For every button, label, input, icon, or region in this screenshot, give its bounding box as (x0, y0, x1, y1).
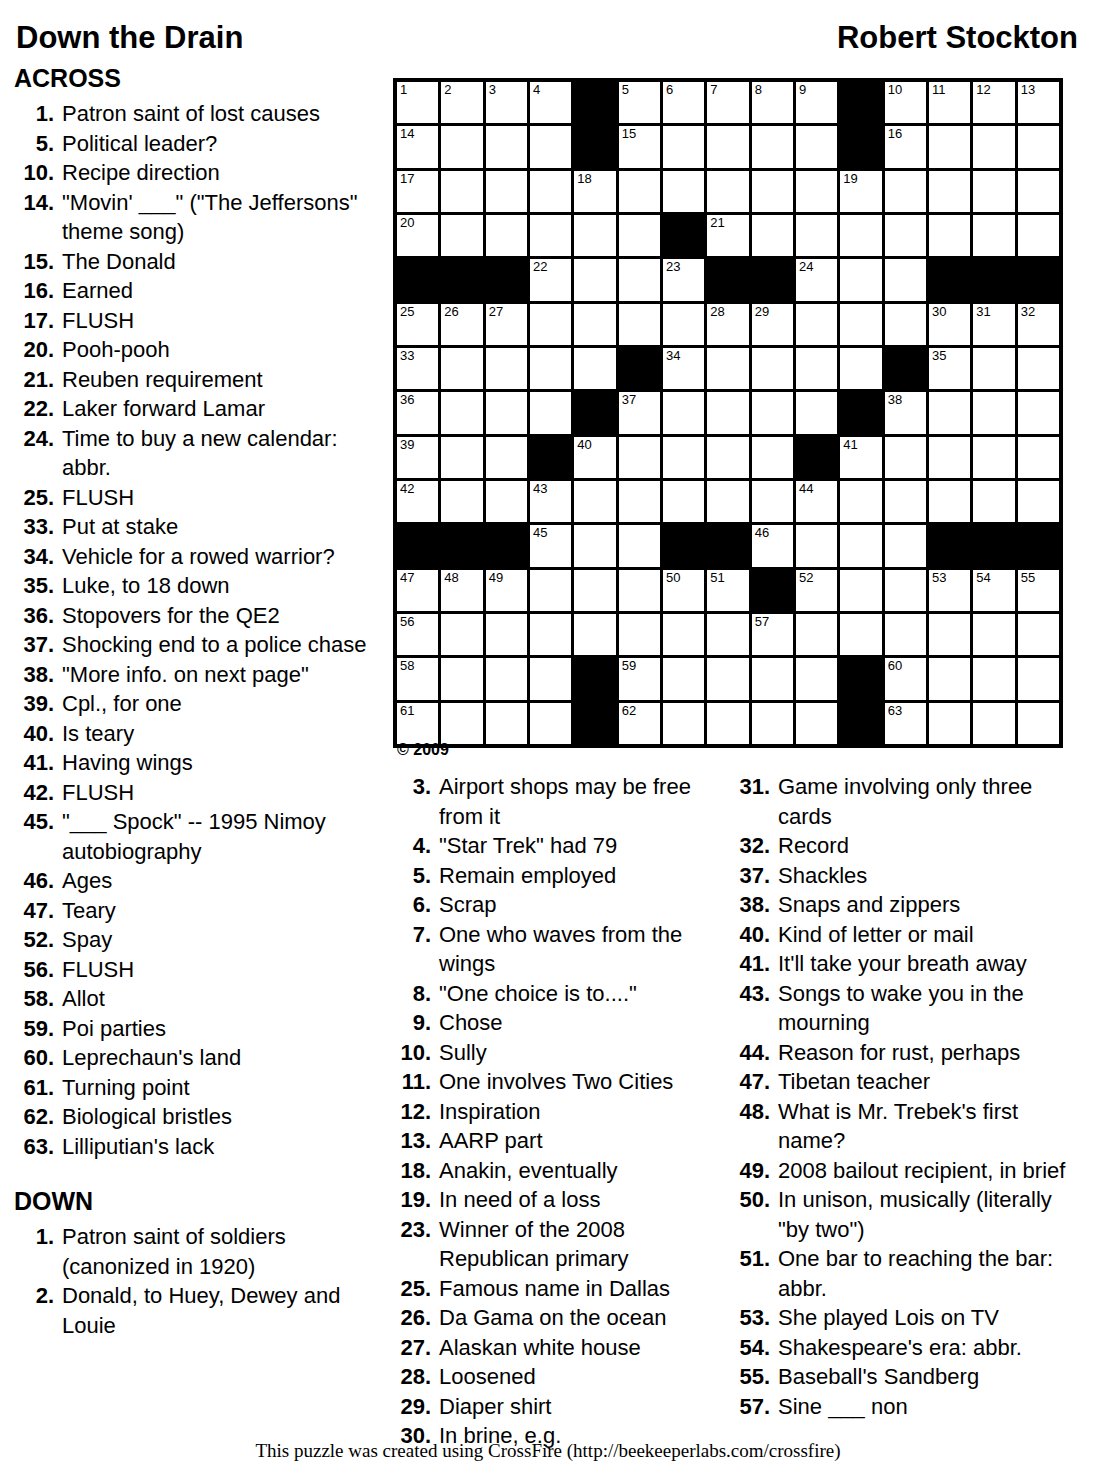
clue-text: Sully (439, 1038, 487, 1068)
grid-cell[interactable] (530, 658, 571, 699)
grid-cell[interactable]: 55 (1018, 570, 1059, 611)
cell-number: 7 (710, 83, 717, 96)
cell-number: 35 (932, 349, 946, 362)
down-clue: 12.Inspiration (383, 1097, 725, 1127)
clue-number: 13. (383, 1126, 431, 1156)
clue-number: 3. (383, 772, 431, 802)
grid-cell[interactable]: 3 (486, 82, 527, 123)
cell-number: 56 (400, 615, 414, 628)
grid-cell[interactable] (707, 348, 748, 389)
grid-cell[interactable] (574, 259, 615, 300)
black-cell (663, 525, 704, 566)
cell-number: 11 (932, 83, 946, 96)
clue-text: Put at stake (62, 512, 178, 542)
grid-cell[interactable] (796, 614, 837, 655)
grid-cell[interactable] (840, 259, 881, 300)
grid-cell[interactable] (707, 126, 748, 167)
cell-number: 45 (533, 526, 547, 539)
grid-cell[interactable] (929, 126, 970, 167)
across-clue: 37.Shocking end to a police chase (14, 630, 368, 660)
grid-cell[interactable] (752, 348, 793, 389)
grid-cell[interactable]: 38 (885, 392, 926, 433)
across-clue: 52.Spay (14, 925, 368, 955)
grid-cell[interactable] (663, 437, 704, 478)
grid-cell[interactable]: 58 (397, 658, 438, 699)
clue-text: Famous name in Dallas (439, 1274, 670, 1304)
clue-text: Time to buy a new calendar: abbr. (62, 424, 368, 483)
grid-cell[interactable] (486, 348, 527, 389)
grid-cell[interactable] (441, 348, 482, 389)
black-cell (707, 259, 748, 300)
cell-number: 14 (400, 127, 414, 140)
grid-cell[interactable] (486, 481, 527, 522)
down-clue-list-part2: 3.Airport shops may be free from it4."St… (383, 772, 725, 1451)
grid-cell[interactable] (707, 614, 748, 655)
down-clue: 13.AARP part (383, 1126, 725, 1156)
grid-cell[interactable] (574, 304, 615, 345)
clue-text: Ages (62, 866, 112, 896)
across-clue: 35.Luke, to 18 down (14, 571, 368, 601)
down-clue: 55.Baseball's Sandberg (726, 1362, 1068, 1392)
clue-number: 10. (14, 158, 54, 188)
grid-cell[interactable] (973, 348, 1014, 389)
clue-text: Earned (62, 276, 133, 306)
grid-cell[interactable]: 23 (663, 259, 704, 300)
clue-number: 50. (726, 1185, 770, 1215)
grid-cell[interactable] (619, 259, 660, 300)
grid-cell[interactable] (796, 348, 837, 389)
clue-number: 27. (383, 1333, 431, 1363)
grid-cell[interactable] (530, 392, 571, 433)
grid-cell[interactable]: 19 (840, 171, 881, 212)
clue-number: 25. (14, 483, 54, 513)
grid-cell[interactable]: 36 (397, 392, 438, 433)
grid-cell[interactable] (929, 392, 970, 433)
grid-cell[interactable] (530, 703, 571, 744)
black-cell (840, 658, 881, 699)
across-clue: 42.FLUSH (14, 778, 368, 808)
grid-cell[interactable]: 18 (574, 171, 615, 212)
grid-cell[interactable] (752, 392, 793, 433)
grid-cell[interactable]: 44 (796, 481, 837, 522)
clue-number: 37. (14, 630, 54, 660)
grid-cell[interactable]: 26 (441, 304, 482, 345)
clue-text: The Donald (62, 247, 176, 277)
grid-cell[interactable] (885, 215, 926, 256)
clue-text: Patron saint of soldiers (canonized in 1… (62, 1222, 368, 1281)
clue-number: 1. (14, 99, 54, 129)
grid-cell[interactable] (663, 614, 704, 655)
grid-cell[interactable] (973, 126, 1014, 167)
grid-cell[interactable]: 25 (397, 304, 438, 345)
grid-cell[interactable] (973, 392, 1014, 433)
down-clue: 37.Shackles (726, 861, 1068, 891)
down-clue: 9.Chose (383, 1008, 725, 1038)
grid-cell[interactable] (486, 171, 527, 212)
grid-cell[interactable] (441, 481, 482, 522)
grid-cell[interactable]: 6 (663, 82, 704, 123)
grid-cell[interactable] (707, 658, 748, 699)
grid-cell[interactable] (574, 570, 615, 611)
grid-cell[interactable]: 63 (885, 703, 926, 744)
grid-cell[interactable] (663, 304, 704, 345)
clue-text: It'll take your breath away (778, 949, 1027, 979)
grid-cell[interactable] (973, 614, 1014, 655)
grid-cell[interactable] (663, 171, 704, 212)
grid-cell[interactable] (885, 525, 926, 566)
grid-cell[interactable] (929, 171, 970, 212)
grid-cell[interactable]: 59 (619, 658, 660, 699)
down-clue: 44.Reason for rust, perhaps (726, 1038, 1068, 1068)
across-clue: 60.Leprechaun's land (14, 1043, 368, 1073)
clue-text: Turning point (62, 1073, 190, 1103)
grid-cell[interactable] (441, 614, 482, 655)
grid-cell[interactable]: 37 (619, 392, 660, 433)
grid-cell[interactable]: 21 (707, 215, 748, 256)
clue-text: Winner of the 2008 Republican primary (439, 1215, 725, 1274)
grid-cell[interactable] (973, 437, 1014, 478)
down-clue: 40.Kind of letter or mail (726, 920, 1068, 950)
grid-cell[interactable] (1018, 703, 1059, 744)
crossword-grid: 1234567891011121314151617181920212223242… (393, 78, 1063, 748)
grid-cell[interactable]: 46 (752, 525, 793, 566)
grid-cell[interactable] (441, 171, 482, 212)
grid-cell[interactable]: 56 (397, 614, 438, 655)
clue-text: Da Gama on the ocean (439, 1303, 666, 1333)
clue-text: Biological bristles (62, 1102, 232, 1132)
clue-number: 26. (383, 1303, 431, 1333)
grid-cell[interactable]: 61 (397, 703, 438, 744)
grid-cell[interactable] (619, 437, 660, 478)
grid-cell[interactable]: 52 (796, 570, 837, 611)
grid-cell[interactable] (885, 304, 926, 345)
grid-cell[interactable] (619, 614, 660, 655)
grid-cell[interactable] (929, 215, 970, 256)
grid-cell[interactable] (973, 658, 1014, 699)
grid-cell[interactable] (1018, 126, 1059, 167)
grid-cell[interactable] (752, 437, 793, 478)
grid-cell[interactable] (619, 171, 660, 212)
grid-cell[interactable]: 33 (397, 348, 438, 389)
across-clue: 17.FLUSH (14, 306, 368, 336)
grid-cell[interactable] (663, 481, 704, 522)
grid-cell[interactable] (441, 437, 482, 478)
clue-number: 40. (14, 719, 54, 749)
clue-text: Game involving only three cards (778, 772, 1068, 831)
grid-cell[interactable]: 45 (530, 525, 571, 566)
down-clue: 5.Remain employed (383, 861, 725, 891)
cell-number: 33 (400, 349, 414, 362)
grid-cell[interactable] (929, 437, 970, 478)
grid-cell[interactable]: 34 (663, 348, 704, 389)
cell-number: 48 (444, 571, 458, 584)
grid-cell[interactable]: 50 (663, 570, 704, 611)
black-cell (574, 82, 615, 123)
down-clue: 6.Scrap (383, 890, 725, 920)
clue-number: 16. (14, 276, 54, 306)
clue-text: In unison, musically (literally "by two"… (778, 1185, 1068, 1244)
grid-cell[interactable] (840, 348, 881, 389)
grid-cell[interactable] (840, 525, 881, 566)
cell-number: 4 (533, 83, 540, 96)
grid-cell[interactable] (1018, 658, 1059, 699)
grid-cell[interactable] (663, 392, 704, 433)
grid-cell[interactable] (707, 481, 748, 522)
grid-cell[interactable]: 51 (707, 570, 748, 611)
grid-cell[interactable]: 60 (885, 658, 926, 699)
grid-cell[interactable] (840, 215, 881, 256)
black-cell (574, 126, 615, 167)
black-cell (530, 437, 571, 478)
grid-cell[interactable]: 43 (530, 481, 571, 522)
grid-cell[interactable] (929, 658, 970, 699)
grid-cell[interactable] (574, 614, 615, 655)
grid-cell[interactable] (574, 481, 615, 522)
grid-cell[interactable] (574, 525, 615, 566)
grid-cell[interactable] (840, 614, 881, 655)
black-cell (1018, 525, 1059, 566)
grid-cell[interactable] (441, 215, 482, 256)
grid-cell[interactable] (796, 215, 837, 256)
grid-cell[interactable] (574, 215, 615, 256)
grid-cell[interactable] (1018, 437, 1059, 478)
across-clue: 15.The Donald (14, 247, 368, 277)
clue-number: 55. (726, 1362, 770, 1392)
down-clue: 53.She played Lois on TV (726, 1303, 1068, 1333)
grid-cell[interactable]: 30 (929, 304, 970, 345)
grid-cell[interactable] (885, 614, 926, 655)
grid-cell[interactable] (973, 171, 1014, 212)
grid-cell[interactable] (441, 703, 482, 744)
grid-cell[interactable] (663, 126, 704, 167)
cell-number: 19 (843, 172, 857, 185)
down-clue: 32.Record (726, 831, 1068, 861)
grid-cell[interactable] (973, 481, 1014, 522)
grid-cell[interactable] (486, 658, 527, 699)
middle-clue-column: 3.Airport shops may be free from it4."St… (383, 772, 725, 1451)
left-clue-column: ACROSS 1.Patron saint of lost causes5.Po… (14, 64, 368, 1340)
grid-cell[interactable]: 5 (619, 82, 660, 123)
clue-number: 20. (14, 335, 54, 365)
grid-cell[interactable]: 40 (574, 437, 615, 478)
black-cell (752, 259, 793, 300)
grid-cell[interactable]: 7 (707, 82, 748, 123)
grid-cell[interactable] (530, 171, 571, 212)
clue-text: One who waves from the wings (439, 920, 725, 979)
grid-cell[interactable] (1018, 481, 1059, 522)
black-cell (486, 525, 527, 566)
grid-cell[interactable] (574, 348, 615, 389)
grid-cell[interactable] (619, 215, 660, 256)
cell-number: 24 (799, 260, 813, 273)
across-clue: 5.Political leader? (14, 129, 368, 159)
grid-cell[interactable] (796, 392, 837, 433)
clue-number: 62. (14, 1102, 54, 1132)
grid-cell[interactable]: 15 (619, 126, 660, 167)
black-cell (441, 525, 482, 566)
grid-cell[interactable] (486, 614, 527, 655)
grid-cell[interactable] (752, 703, 793, 744)
across-clue: 62.Biological bristles (14, 1102, 368, 1132)
cell-number: 3 (489, 83, 496, 96)
cell-number: 46 (755, 526, 769, 539)
grid-cell[interactable] (707, 703, 748, 744)
grid-cell[interactable]: 10 (885, 82, 926, 123)
grid-cell[interactable] (530, 614, 571, 655)
grid-cell[interactable]: 41 (840, 437, 881, 478)
grid-cell[interactable] (663, 658, 704, 699)
grid-cell[interactable]: 8 (752, 82, 793, 123)
grid-cell[interactable] (885, 437, 926, 478)
grid-cell[interactable] (530, 348, 571, 389)
grid-cell[interactable] (486, 703, 527, 744)
clue-number: 46. (14, 866, 54, 896)
grid-cell[interactable] (929, 614, 970, 655)
grid-cell[interactable] (885, 259, 926, 300)
grid-cell[interactable]: 17 (397, 171, 438, 212)
grid-cell[interactable] (796, 171, 837, 212)
across-clue: 39.Cpl., for one (14, 689, 368, 719)
clue-text: Shocking end to a police chase (62, 630, 367, 660)
grid-cell[interactable] (619, 481, 660, 522)
across-clue: 38."More info. on next page" (14, 660, 368, 690)
grid-cell[interactable] (840, 570, 881, 611)
clue-number: 47. (14, 896, 54, 926)
cell-number: 63 (888, 704, 902, 717)
grid-cell[interactable]: 2 (441, 82, 482, 123)
grid-cell[interactable] (973, 215, 1014, 256)
grid-cell[interactable]: 53 (929, 570, 970, 611)
grid-cell[interactable] (707, 171, 748, 212)
grid-cell[interactable] (796, 304, 837, 345)
black-cell (973, 259, 1014, 300)
grid-cell[interactable]: 54 (973, 570, 1014, 611)
black-cell (574, 658, 615, 699)
across-clue: 47.Teary (14, 896, 368, 926)
down-clue: 3.Airport shops may be free from it (383, 772, 725, 831)
across-clue: 63.Lilliputian's lack (14, 1132, 368, 1162)
grid-cell[interactable]: 24 (796, 259, 837, 300)
across-clue: 21.Reuben requirement (14, 365, 368, 395)
black-cell (885, 348, 926, 389)
grid-cell[interactable]: 16 (885, 126, 926, 167)
grid-cell[interactable] (840, 481, 881, 522)
grid-cell[interactable] (752, 481, 793, 522)
cell-number: 17 (400, 172, 414, 185)
grid-cell[interactable] (530, 126, 571, 167)
grid-cell[interactable] (1018, 215, 1059, 256)
clue-text: Shakespeare's era: abbr. (778, 1333, 1022, 1363)
grid-cell[interactable]: 28 (707, 304, 748, 345)
grid-cell[interactable] (796, 525, 837, 566)
grid-cell[interactable] (796, 703, 837, 744)
grid-cell[interactable] (486, 392, 527, 433)
grid-cell[interactable]: 12 (973, 82, 1014, 123)
grid-cell[interactable]: 42 (397, 481, 438, 522)
grid-cell[interactable] (486, 126, 527, 167)
grid-cell[interactable] (796, 126, 837, 167)
grid-cell[interactable] (885, 171, 926, 212)
copyright: © 2009 (397, 741, 449, 759)
grid-cell[interactable]: 11 (929, 82, 970, 123)
grid-cell[interactable] (619, 525, 660, 566)
grid-cell[interactable]: 20 (397, 215, 438, 256)
grid-cell[interactable] (1018, 392, 1059, 433)
across-clue: 14."Movin' ___" ("The Jeffersons" theme … (14, 188, 368, 247)
cell-number: 10 (888, 83, 902, 96)
clue-text: Laker forward Lamar (62, 394, 265, 424)
grid-cell[interactable]: 49 (486, 570, 527, 611)
grid-cell[interactable] (929, 481, 970, 522)
grid-cell[interactable]: 22 (530, 259, 571, 300)
cell-number: 37 (622, 393, 636, 406)
clue-number: 51. (726, 1244, 770, 1274)
grid-cell[interactable] (840, 304, 881, 345)
grid-cell[interactable] (752, 658, 793, 699)
across-clue: 36.Stopovers for the QE2 (14, 601, 368, 631)
grid-cell[interactable] (1018, 171, 1059, 212)
grid-cell[interactable] (441, 658, 482, 699)
grid-cell[interactable]: 9 (796, 82, 837, 123)
grid-cell[interactable] (530, 215, 571, 256)
grid-cell[interactable] (1018, 614, 1059, 655)
clue-number: 5. (383, 861, 431, 891)
clue-text: Inspiration (439, 1097, 541, 1127)
grid-cell[interactable]: 14 (397, 126, 438, 167)
down-clue: 54.Shakespeare's era: abbr. (726, 1333, 1068, 1363)
grid-cell[interactable] (619, 570, 660, 611)
grid-cell[interactable] (796, 658, 837, 699)
grid-cell[interactable]: 48 (441, 570, 482, 611)
grid-cell[interactable] (530, 570, 571, 611)
grid-cell[interactable] (486, 215, 527, 256)
grid-cell[interactable]: 31 (973, 304, 1014, 345)
grid-cell[interactable]: 4 (530, 82, 571, 123)
grid-cell[interactable]: 29 (752, 304, 793, 345)
grid-cell[interactable] (619, 304, 660, 345)
grid-cell[interactable] (441, 126, 482, 167)
grid-cell[interactable]: 1 (397, 82, 438, 123)
grid-cell[interactable] (663, 703, 704, 744)
grid-cell[interactable]: 62 (619, 703, 660, 744)
grid-cell[interactable]: 32 (1018, 304, 1059, 345)
grid-cell[interactable] (885, 481, 926, 522)
grid-cell[interactable] (530, 304, 571, 345)
grid-cell[interactable] (752, 171, 793, 212)
grid-cell[interactable] (752, 126, 793, 167)
grid-cell[interactable] (707, 392, 748, 433)
across-clue: 45."___ Spock" -- 1995 Nimoy autobiograp… (14, 807, 368, 866)
grid-cell[interactable] (486, 437, 527, 478)
black-cell (752, 570, 793, 611)
grid-cell[interactable] (885, 570, 926, 611)
grid-cell[interactable] (929, 703, 970, 744)
clue-number: 39. (14, 689, 54, 719)
grid-cell[interactable]: 39 (397, 437, 438, 478)
grid-cell[interactable] (1018, 348, 1059, 389)
grid-cell[interactable] (752, 215, 793, 256)
grid-cell[interactable] (973, 703, 1014, 744)
grid-cell[interactable]: 35 (929, 348, 970, 389)
grid-cell[interactable]: 57 (752, 614, 793, 655)
grid-cell[interactable]: 13 (1018, 82, 1059, 123)
cell-number: 2 (444, 83, 451, 96)
grid-cell[interactable]: 27 (486, 304, 527, 345)
grid-cell[interactable]: 47 (397, 570, 438, 611)
grid-cell[interactable] (707, 437, 748, 478)
grid-cell[interactable] (441, 392, 482, 433)
cell-number: 34 (666, 349, 680, 362)
